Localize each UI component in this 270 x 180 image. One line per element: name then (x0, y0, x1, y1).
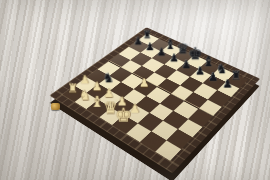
black-pawn-b7: ♟ (145, 42, 154, 52)
black-bishop-c8: ♝ (165, 38, 177, 51)
black-rook-a8: ♜ (143, 30, 152, 41)
photo-chess-scene: ♜♞♝♛♚♟♟♟♟♟♟♜♝♛♚♝♞♜♟♟♟♟♟♟♟♟♞ (0, 0, 270, 180)
black-pawn-g7: ♟ (208, 72, 218, 83)
white-pawn-a2: ♟ (80, 74, 90, 85)
black-pawn-c7: ♟ (157, 48, 167, 59)
white-pawn-d4: ♟ (139, 77, 149, 89)
white-rook-a1: ♜ (68, 82, 79, 94)
white-pawn-b2: ♟ (92, 81, 102, 93)
chess-board: ♜♞♝♛♚♟♟♟♟♟♟♜♝♛♚♝♞♜♟♟♟♟♟♟♟♟♞ (49, 27, 260, 173)
black-pawn-a7: ♟ (133, 37, 142, 47)
board-frame: ♜♞♝♛♚♟♟♟♟♟♟♜♝♛♚♝♞♜♟♟♟♟♟♟♟♟♞ (49, 27, 260, 173)
black-knight-b3: ♞ (103, 71, 115, 84)
black-pawn-f7: ♟ (195, 66, 205, 77)
brass-clasp (51, 103, 60, 110)
black-pawn-e7: ♟ (182, 59, 192, 70)
black-pawn-d7: ♟ (169, 53, 179, 64)
black-pawn-h7: ♟ (222, 79, 232, 91)
white-knight-b1: ♞ (79, 88, 91, 101)
white-king-e1: ♚ (115, 106, 132, 125)
